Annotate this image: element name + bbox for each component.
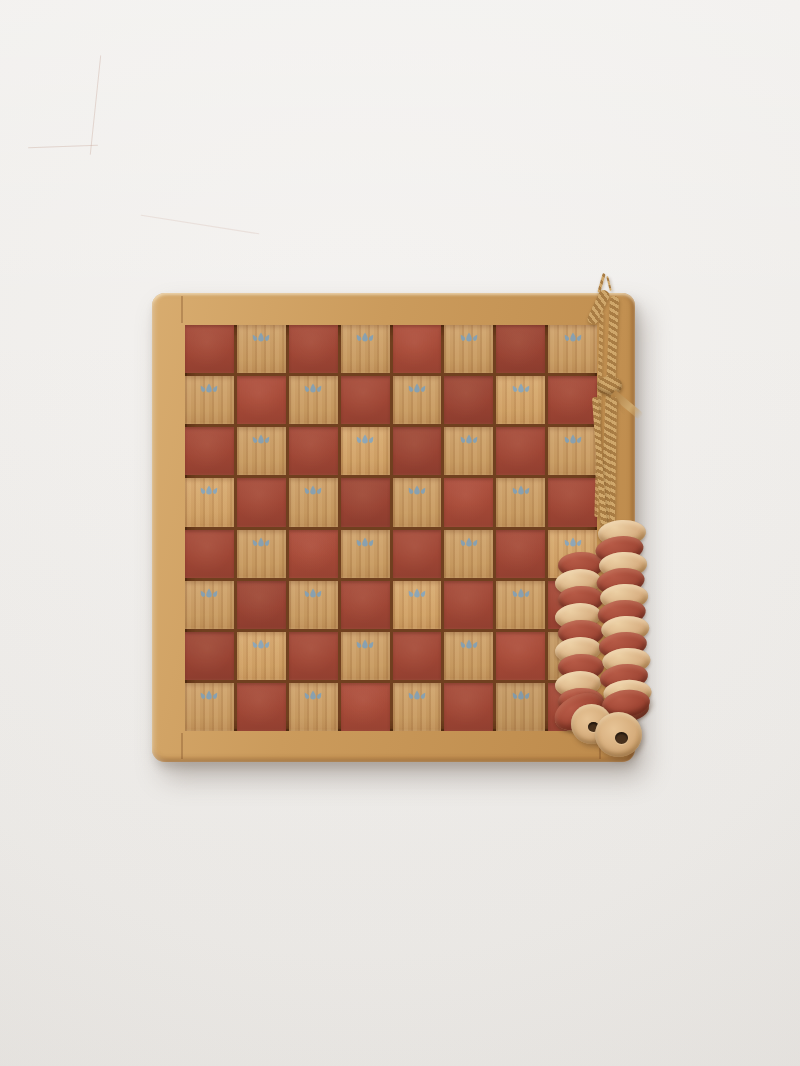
photo-scene [0,0,800,1066]
board-square [185,376,234,424]
board-square [289,581,338,629]
board-square [185,581,234,629]
board-square [289,427,338,475]
board-square [444,427,493,475]
board-square [444,376,493,424]
blue-stencil-drops [196,484,222,499]
board-square [393,581,442,629]
board-square [237,632,286,680]
blue-stencil-drops [300,484,326,499]
board-square [496,530,545,578]
blue-stencil-drops [404,484,430,499]
blue-stencil-drops [248,331,274,346]
board-square [289,376,338,424]
board-square [185,478,234,526]
wall-scratch [141,215,260,235]
board-square [341,632,390,680]
board-square [444,581,493,629]
board-square [341,581,390,629]
board-square [393,632,442,680]
board-square [496,325,545,373]
blue-stencil-drops [248,433,274,448]
board-square [185,427,234,475]
frame-joint [181,733,183,759]
blue-stencil-drops [196,689,222,704]
blue-stencil-drops [248,536,274,551]
board-square [237,427,286,475]
board-square [185,683,234,731]
board-square [496,376,545,424]
board-square [496,478,545,526]
blue-stencil-drops [404,382,430,397]
board-square [444,683,493,731]
board-square [237,581,286,629]
blue-stencil-drops [300,587,326,602]
board-square [341,325,390,373]
blue-stencil-drops [508,382,534,397]
board-square [548,427,597,475]
board-square [341,427,390,475]
board-square [185,632,234,680]
board-square [444,325,493,373]
board-square [289,325,338,373]
blue-stencil-drops [456,433,482,448]
wall-scratch [90,55,101,155]
blue-stencil-drops [352,331,378,346]
board-square [237,478,286,526]
board-square [444,478,493,526]
blue-stencil-drops [560,536,586,551]
board-square [393,530,442,578]
board-square [237,530,286,578]
board-square [289,478,338,526]
blue-stencil-drops [456,331,482,346]
board-square [393,683,442,731]
blue-stencil-drops [560,433,586,448]
board-square [237,683,286,731]
blue-stencil-drops [248,638,274,653]
blue-stencil-drops [508,689,534,704]
twine-frayed-tip [606,276,612,291]
board-square [341,376,390,424]
board-square [548,478,597,526]
board-square [237,376,286,424]
blue-stencil-drops [508,484,534,499]
board-square [185,530,234,578]
blue-stencil-drops [560,331,586,346]
board-square [496,581,545,629]
board-square [548,325,597,373]
board-field [185,325,597,731]
blue-stencil-drops [196,587,222,602]
board-square [444,632,493,680]
board-square [393,427,442,475]
checker-piece-tan-faceon [595,712,642,757]
board-square [393,376,442,424]
board-square [548,376,597,424]
board-square [289,683,338,731]
blue-stencil-drops [456,536,482,551]
blue-stencil-drops [404,587,430,602]
blue-stencil-drops [300,382,326,397]
blue-stencil-drops [352,536,378,551]
board-square [341,478,390,526]
blue-stencil-drops [300,689,326,704]
board-square [393,325,442,373]
board-square [289,632,338,680]
blue-stencil-drops [508,587,534,602]
frame-joint [181,296,183,323]
board-square [341,530,390,578]
blue-stencil-drops [196,382,222,397]
board-square [496,427,545,475]
blue-stencil-drops [404,689,430,704]
board-square [496,683,545,731]
board-square [289,530,338,578]
blue-stencil-drops [456,638,482,653]
board-square [237,325,286,373]
blue-stencil-drops [352,433,378,448]
board-square [341,683,390,731]
board-square [393,478,442,526]
wall-scratch [28,145,98,148]
board-square [496,632,545,680]
blue-stencil-drops [352,638,378,653]
board-square [444,530,493,578]
board-square [185,325,234,373]
